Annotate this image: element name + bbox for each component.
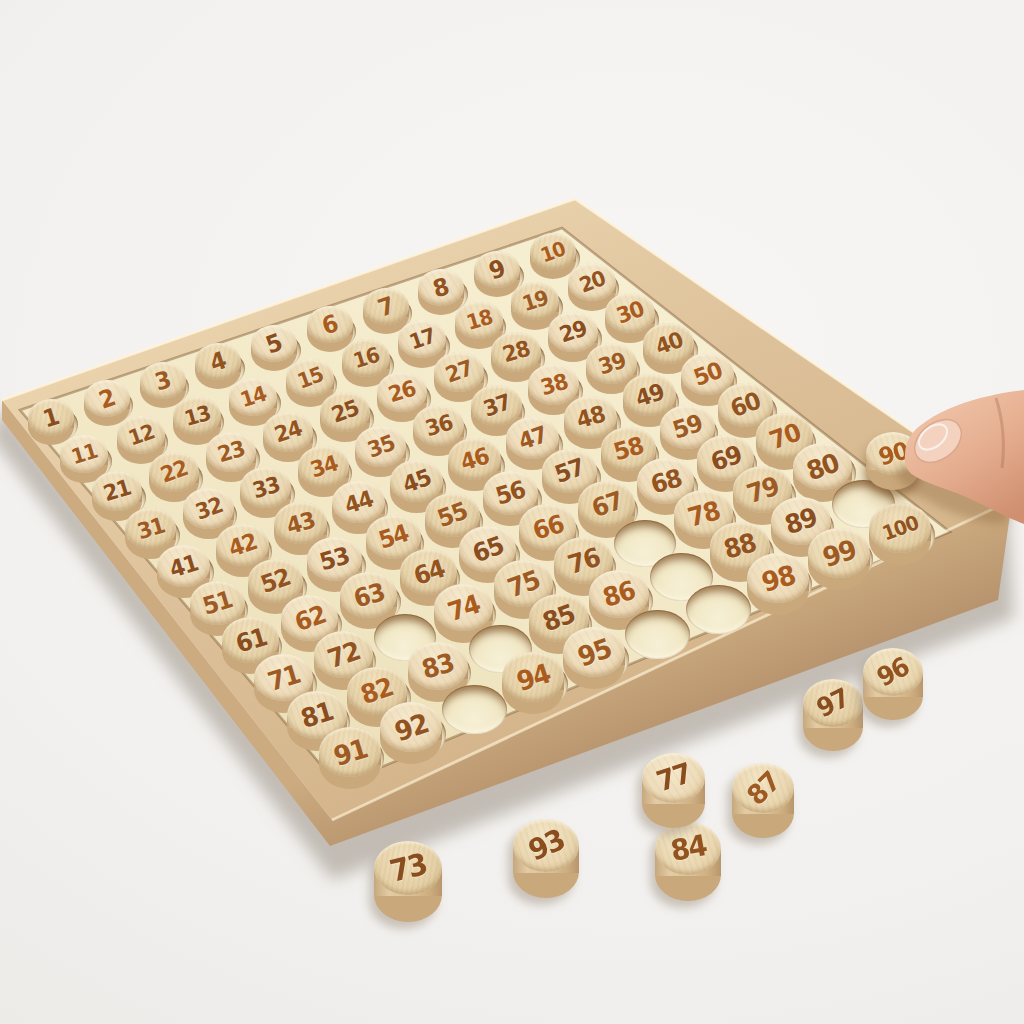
hand: [0, 0, 1024, 1024]
hundred-board-scene: 1234567891011121314151617181920212223242…: [0, 0, 1024, 1024]
